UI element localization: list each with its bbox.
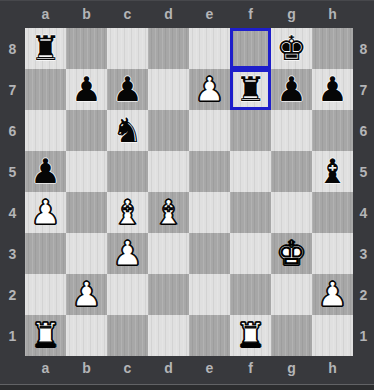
square-b4[interactable] — [66, 192, 107, 233]
square-h6[interactable] — [312, 110, 353, 151]
rank-labels-right: 87654321 — [353, 28, 374, 356]
white-pawn-piece[interactable]: ♟ — [30, 192, 60, 233]
black-king-piece[interactable]: ♚ — [276, 28, 306, 69]
white-bishop-piece[interactable]: ♝ — [112, 192, 142, 233]
file-labels-top: abcdefgh — [25, 0, 353, 28]
square-g1[interactable] — [271, 315, 312, 356]
rank-label-right-5: 5 — [353, 151, 374, 192]
file-label-top-e: e — [189, 0, 230, 28]
square-c2[interactable] — [107, 274, 148, 315]
black-rook-piece[interactable]: ♜ — [235, 69, 265, 110]
rank-label-left-8: 8 — [0, 28, 25, 69]
black-pawn-piece[interactable]: ♟ — [71, 69, 101, 110]
square-a3[interactable] — [25, 233, 66, 274]
square-h1[interactable] — [312, 315, 353, 356]
file-label-top-g: g — [271, 0, 312, 28]
square-b1[interactable] — [66, 315, 107, 356]
square-g5[interactable] — [271, 151, 312, 192]
file-label-top-d: d — [148, 0, 189, 28]
black-rook-piece[interactable]: ♜ — [30, 28, 60, 69]
square-g8[interactable]: ♚ — [271, 28, 312, 69]
square-h4[interactable] — [312, 192, 353, 233]
rank-label-left-4: 4 — [0, 192, 25, 233]
rank-label-right-8: 8 — [353, 28, 374, 69]
square-c3[interactable]: ♟ — [107, 233, 148, 274]
square-f1[interactable]: ♜ — [230, 315, 271, 356]
square-a5[interactable]: ♟ — [25, 151, 66, 192]
square-h3[interactable] — [312, 233, 353, 274]
square-a4[interactable]: ♟ — [25, 192, 66, 233]
square-e4[interactable] — [189, 192, 230, 233]
chess-board: ♜♚♟♟♟♜♟♟♞♟♝♟♝♝♟♚♟♟♜♜ — [25, 28, 353, 356]
square-c6[interactable]: ♞ — [107, 110, 148, 151]
square-d5[interactable] — [148, 151, 189, 192]
frame-top-edge — [0, 0, 374, 1]
file-label-top-c: c — [107, 0, 148, 28]
rank-label-right-2: 2 — [353, 274, 374, 315]
square-a1[interactable]: ♜ — [25, 315, 66, 356]
rank-label-left-7: 7 — [0, 69, 25, 110]
white-bishop-piece[interactable]: ♝ — [153, 192, 183, 233]
square-f4[interactable] — [230, 192, 271, 233]
white-pawn-piece[interactable]: ♟ — [194, 69, 224, 110]
square-c8[interactable] — [107, 28, 148, 69]
rank-label-right-6: 6 — [353, 110, 374, 151]
window-edge — [0, 384, 374, 390]
square-g7[interactable]: ♟ — [271, 69, 312, 110]
black-pawn-piece[interactable]: ♟ — [30, 151, 60, 192]
black-pawn-piece[interactable]: ♟ — [276, 69, 306, 110]
square-h5[interactable]: ♝ — [312, 151, 353, 192]
file-label-top-a: a — [25, 0, 66, 28]
white-pawn-piece[interactable]: ♟ — [71, 274, 101, 315]
square-d1[interactable] — [148, 315, 189, 356]
square-f8[interactable] — [230, 28, 271, 69]
square-d4[interactable]: ♝ — [148, 192, 189, 233]
rank-label-left-6: 6 — [0, 110, 25, 151]
square-d7[interactable] — [148, 69, 189, 110]
rank-label-right-1: 1 — [353, 315, 374, 356]
square-h7[interactable]: ♟ — [312, 69, 353, 110]
square-d3[interactable] — [148, 233, 189, 274]
square-e5[interactable] — [189, 151, 230, 192]
rank-labels-left: 87654321 — [0, 28, 25, 356]
white-king-piece[interactable]: ♚ — [276, 233, 306, 274]
square-c7[interactable]: ♟ — [107, 69, 148, 110]
white-rook-piece[interactable]: ♜ — [30, 315, 60, 356]
square-b8[interactable] — [66, 28, 107, 69]
white-pawn-piece[interactable]: ♟ — [317, 274, 347, 315]
square-e1[interactable] — [189, 315, 230, 356]
square-g6[interactable] — [271, 110, 312, 151]
square-f3[interactable] — [230, 233, 271, 274]
square-g3[interactable]: ♚ — [271, 233, 312, 274]
square-f5[interactable] — [230, 151, 271, 192]
square-e3[interactable] — [189, 233, 230, 274]
square-b6[interactable] — [66, 110, 107, 151]
square-h2[interactable]: ♟ — [312, 274, 353, 315]
rank-label-right-4: 4 — [353, 192, 374, 233]
rank-label-right-7: 7 — [353, 69, 374, 110]
square-f2[interactable] — [230, 274, 271, 315]
rank-label-left-5: 5 — [0, 151, 25, 192]
square-b7[interactable]: ♟ — [66, 69, 107, 110]
square-g2[interactable] — [271, 274, 312, 315]
black-knight-piece[interactable]: ♞ — [112, 110, 142, 151]
black-pawn-piece[interactable]: ♟ — [112, 69, 142, 110]
square-a6[interactable] — [25, 110, 66, 151]
square-a7[interactable] — [25, 69, 66, 110]
square-d6[interactable] — [148, 110, 189, 151]
black-pawn-piece[interactable]: ♟ — [317, 69, 347, 110]
file-label-top-h: h — [312, 0, 353, 28]
rank-label-right-3: 3 — [353, 233, 374, 274]
rank-label-left-3: 3 — [0, 233, 25, 274]
file-label-top-f: f — [230, 0, 271, 28]
white-pawn-piece[interactable]: ♟ — [112, 233, 142, 274]
square-d2[interactable] — [148, 274, 189, 315]
file-label-top-b: b — [66, 0, 107, 28]
square-g4[interactable] — [271, 192, 312, 233]
square-c5[interactable] — [107, 151, 148, 192]
square-b3[interactable] — [66, 233, 107, 274]
rank-label-left-1: 1 — [0, 315, 25, 356]
white-rook-piece[interactable]: ♜ — [235, 315, 265, 356]
square-f6[interactable] — [230, 110, 271, 151]
square-f7[interactable]: ♜ — [230, 69, 271, 110]
square-a2[interactable] — [25, 274, 66, 315]
square-b5[interactable] — [66, 151, 107, 192]
square-b2[interactable]: ♟ — [66, 274, 107, 315]
chess-board-frame: abcdefgh 87654321 ♜♚♟♟♟♜♟♟♞♟♝♟♝♝♟♚♟♟♜♜ 8… — [0, 0, 374, 390]
square-e6[interactable] — [189, 110, 230, 151]
square-c1[interactable] — [107, 315, 148, 356]
black-bishop-piece[interactable]: ♝ — [317, 151, 347, 192]
rank-label-left-2: 2 — [0, 274, 25, 315]
square-e8[interactable] — [189, 28, 230, 69]
square-c4[interactable]: ♝ — [107, 192, 148, 233]
square-e2[interactable] — [189, 274, 230, 315]
square-a8[interactable]: ♜ — [25, 28, 66, 69]
square-d8[interactable] — [148, 28, 189, 69]
square-h8[interactable] — [312, 28, 353, 69]
square-e7[interactable]: ♟ — [189, 69, 230, 110]
